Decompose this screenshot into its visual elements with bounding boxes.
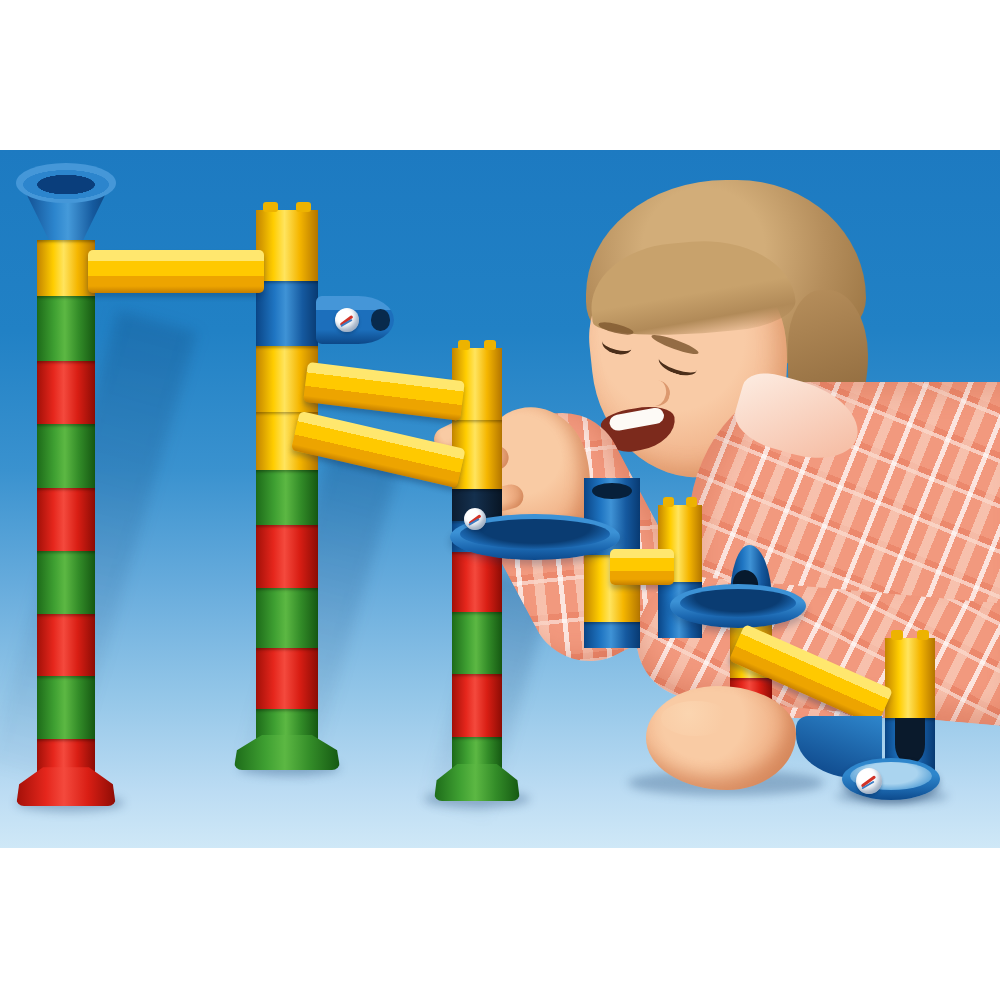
tower-7-cap-yellow bbox=[885, 638, 935, 718]
tower-2-seg-red bbox=[256, 525, 318, 588]
tower-1-seg-yellow bbox=[37, 240, 95, 296]
photo-card bbox=[0, 0, 1000, 1000]
tower-7 bbox=[885, 638, 935, 777]
tower-2-base-green bbox=[256, 709, 318, 770]
tower-1-seg-red bbox=[37, 614, 95, 676]
tower-2-cap-yellow bbox=[256, 210, 318, 281]
tower-2-seg-green bbox=[256, 588, 318, 648]
tower-2-seg-blue bbox=[256, 281, 318, 346]
tower-3-seg-green bbox=[452, 612, 502, 674]
tower-1-seg-green bbox=[37, 424, 95, 488]
tower-1-funnel-blue bbox=[37, 163, 95, 240]
tower-3-seg-red bbox=[452, 552, 502, 612]
spiral-bowl-right bbox=[670, 584, 806, 628]
funnel-rim bbox=[16, 163, 116, 203]
marble-falling bbox=[335, 308, 359, 332]
tower-2-seg-red bbox=[256, 648, 318, 709]
rail-short bbox=[610, 549, 674, 585]
marble-in-saucer bbox=[856, 768, 882, 794]
tower-1-base-red bbox=[37, 739, 95, 806]
tower-3-seg-red bbox=[452, 674, 502, 737]
tower-1-seg-green bbox=[37, 296, 95, 361]
tower-1 bbox=[37, 163, 95, 806]
marble-in-window bbox=[464, 508, 486, 530]
rail-top bbox=[88, 250, 264, 293]
tower-3-base-green bbox=[452, 737, 502, 801]
tower-1-seg-green bbox=[37, 676, 95, 739]
tower-2 bbox=[256, 210, 318, 770]
tower-1-seg-green bbox=[37, 551, 95, 614]
tower-1-seg-red bbox=[37, 488, 95, 551]
tower-2-seg-green bbox=[256, 470, 318, 525]
tower-1-seg-red bbox=[37, 361, 95, 424]
marble-run-photo bbox=[0, 150, 1000, 848]
boy-right-fist bbox=[646, 686, 796, 790]
tower-4-seg-blue bbox=[584, 622, 640, 648]
